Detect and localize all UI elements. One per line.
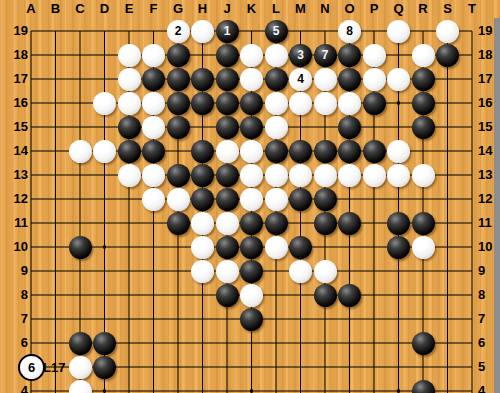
move-number-4: 4 bbox=[297, 73, 304, 85]
stone-black-C10[interactable] bbox=[69, 236, 92, 259]
move-number-8: 8 bbox=[346, 25, 353, 37]
stone-black-L19[interactable]: 5 bbox=[265, 20, 288, 43]
stone-white-O19[interactable]: 8 bbox=[338, 20, 361, 43]
stone-black-G17[interactable] bbox=[167, 68, 190, 91]
column-label-N: N bbox=[315, 1, 335, 16]
stone-white-M9[interactable] bbox=[289, 260, 312, 283]
stone-white-D14[interactable] bbox=[93, 140, 116, 163]
stone-black-O18[interactable] bbox=[338, 44, 361, 67]
stone-black-H13[interactable] bbox=[191, 164, 214, 187]
column-label-S: S bbox=[438, 1, 458, 16]
legend-move-number: 6 bbox=[28, 361, 35, 374]
stone-black-K11[interactable] bbox=[240, 212, 263, 235]
stone-black-N18[interactable]: 7 bbox=[314, 44, 337, 67]
stone-white-K14[interactable] bbox=[240, 140, 263, 163]
stone-black-S18[interactable] bbox=[436, 44, 459, 67]
stone-white-F13[interactable] bbox=[142, 164, 165, 187]
stone-black-L17[interactable] bbox=[265, 68, 288, 91]
stone-white-Q14[interactable] bbox=[387, 140, 410, 163]
stone-white-E16[interactable] bbox=[118, 92, 141, 115]
column-label-H: H bbox=[193, 1, 213, 16]
stone-white-Q19[interactable] bbox=[387, 20, 410, 43]
stone-white-L13[interactable] bbox=[265, 164, 288, 187]
stone-black-K10[interactable] bbox=[240, 236, 263, 259]
scrollbar[interactable] bbox=[494, 18, 500, 393]
column-label-E: E bbox=[119, 1, 139, 16]
stone-black-J15[interactable] bbox=[216, 116, 239, 139]
stone-white-K12[interactable] bbox=[240, 188, 263, 211]
column-label-O: O bbox=[340, 1, 360, 16]
stone-black-G16[interactable] bbox=[167, 92, 190, 115]
column-label-F: F bbox=[144, 1, 164, 16]
stone-black-D6[interactable] bbox=[93, 332, 116, 355]
stone-white-F15[interactable] bbox=[142, 116, 165, 139]
column-label-A: A bbox=[21, 1, 41, 16]
stone-white-C5[interactable] bbox=[69, 356, 92, 379]
column-label-T: T bbox=[462, 1, 482, 16]
stone-white-J14[interactable] bbox=[216, 140, 239, 163]
stone-white-N17[interactable] bbox=[314, 68, 337, 91]
stone-black-H17[interactable] bbox=[191, 68, 214, 91]
stone-black-R6[interactable] bbox=[412, 332, 435, 355]
column-label-G: G bbox=[168, 1, 188, 16]
stone-white-K8[interactable] bbox=[240, 284, 263, 307]
stone-black-M12[interactable] bbox=[289, 188, 312, 211]
stone-white-G19[interactable]: 2 bbox=[167, 20, 190, 43]
stone-white-N16[interactable] bbox=[314, 92, 337, 115]
column-label-L: L bbox=[266, 1, 286, 16]
stone-black-E14[interactable] bbox=[118, 140, 141, 163]
stone-black-F17[interactable] bbox=[142, 68, 165, 91]
column-label-P: P bbox=[364, 1, 384, 16]
stone-black-H12[interactable] bbox=[191, 188, 214, 211]
stone-white-Q13[interactable] bbox=[387, 164, 410, 187]
stone-white-C4[interactable] bbox=[69, 380, 92, 393]
stone-white-O13[interactable] bbox=[338, 164, 361, 187]
go-board: ABCDEFGHJKLMNOPQRST191918181717161615151… bbox=[0, 0, 500, 393]
stone-white-E18[interactable] bbox=[118, 44, 141, 67]
stone-black-H14[interactable] bbox=[191, 140, 214, 163]
stone-white-K17[interactable] bbox=[240, 68, 263, 91]
column-label-J: J bbox=[217, 1, 237, 16]
stone-black-O15[interactable] bbox=[338, 116, 361, 139]
stone-black-N11[interactable] bbox=[314, 212, 337, 235]
column-label-R: R bbox=[413, 1, 433, 16]
stone-white-G12[interactable] bbox=[167, 188, 190, 211]
stone-black-Q11[interactable] bbox=[387, 212, 410, 235]
stone-black-M18[interactable]: 3 bbox=[289, 44, 312, 67]
stone-white-N9[interactable] bbox=[314, 260, 337, 283]
move-number-1: 1 bbox=[224, 25, 231, 37]
stone-white-J11[interactable] bbox=[216, 212, 239, 235]
stone-black-K9[interactable] bbox=[240, 260, 263, 283]
stone-white-P17[interactable] bbox=[363, 68, 386, 91]
stone-white-O16[interactable] bbox=[338, 92, 361, 115]
stone-black-D5[interactable] bbox=[93, 356, 116, 379]
stone-black-R4[interactable] bbox=[412, 380, 435, 393]
stone-black-J10[interactable] bbox=[216, 236, 239, 259]
column-label-C: C bbox=[70, 1, 90, 16]
stone-white-S19[interactable] bbox=[436, 20, 459, 43]
column-label-D: D bbox=[95, 1, 115, 16]
stone-black-G11[interactable] bbox=[167, 212, 190, 235]
stone-black-J18[interactable] bbox=[216, 44, 239, 67]
stone-white-D16[interactable] bbox=[93, 92, 116, 115]
stone-black-L14[interactable] bbox=[265, 140, 288, 163]
move-number-3: 3 bbox=[297, 49, 304, 61]
column-label-K: K bbox=[242, 1, 262, 16]
stone-white-M17[interactable]: 4 bbox=[289, 68, 312, 91]
stone-black-R17[interactable] bbox=[412, 68, 435, 91]
stone-white-L12[interactable] bbox=[265, 188, 288, 211]
stone-black-O17[interactable] bbox=[338, 68, 361, 91]
column-label-Q: Q bbox=[389, 1, 409, 16]
stone-white-L16[interactable] bbox=[265, 92, 288, 115]
stone-black-J8[interactable] bbox=[216, 284, 239, 307]
stone-white-C14[interactable] bbox=[69, 140, 92, 163]
stone-black-L11[interactable] bbox=[265, 212, 288, 235]
stone-black-C6[interactable] bbox=[69, 332, 92, 355]
stone-white-F16[interactable] bbox=[142, 92, 165, 115]
stone-white-H10[interactable] bbox=[191, 236, 214, 259]
stone-black-J17[interactable] bbox=[216, 68, 239, 91]
legend-stone-white-6: 6 bbox=[18, 354, 45, 381]
stone-black-G13[interactable] bbox=[167, 164, 190, 187]
stone-black-O14[interactable] bbox=[338, 140, 361, 163]
stone-black-G15[interactable] bbox=[167, 116, 190, 139]
stone-white-F18[interactable] bbox=[142, 44, 165, 67]
stone-black-J16[interactable] bbox=[216, 92, 239, 115]
stone-black-O8[interactable] bbox=[338, 284, 361, 307]
stone-white-P13[interactable] bbox=[363, 164, 386, 187]
stone-black-P14[interactable] bbox=[363, 140, 386, 163]
stone-white-E17[interactable] bbox=[118, 68, 141, 91]
legend-move-coordinate: L17 bbox=[43, 360, 65, 375]
stone-black-J13[interactable] bbox=[216, 164, 239, 187]
stone-white-M16[interactable] bbox=[289, 92, 312, 115]
stone-black-M14[interactable] bbox=[289, 140, 312, 163]
stone-white-R13[interactable] bbox=[412, 164, 435, 187]
stone-black-K16[interactable] bbox=[240, 92, 263, 115]
stone-black-R16[interactable] bbox=[412, 92, 435, 115]
stone-black-R11[interactable] bbox=[412, 212, 435, 235]
stones-layer: 2158374 bbox=[19, 19, 485, 393]
stone-white-E13[interactable] bbox=[118, 164, 141, 187]
stone-white-Q17[interactable] bbox=[387, 68, 410, 91]
stone-white-H11[interactable] bbox=[191, 212, 214, 235]
stone-white-L10[interactable] bbox=[265, 236, 288, 259]
stone-white-J9[interactable] bbox=[216, 260, 239, 283]
move-number-5: 5 bbox=[273, 25, 280, 37]
stone-white-L18[interactable] bbox=[265, 44, 288, 67]
stone-white-L15[interactable] bbox=[265, 116, 288, 139]
stone-black-O11[interactable] bbox=[338, 212, 361, 235]
move-number-2: 2 bbox=[175, 25, 182, 37]
stone-white-F12[interactable] bbox=[142, 188, 165, 211]
stone-white-K13[interactable] bbox=[240, 164, 263, 187]
stone-black-H16[interactable] bbox=[191, 92, 214, 115]
stone-black-P16[interactable] bbox=[363, 92, 386, 115]
stone-black-Q10[interactable] bbox=[387, 236, 410, 259]
stone-white-R18[interactable] bbox=[412, 44, 435, 67]
column-label-M: M bbox=[291, 1, 311, 16]
stone-white-P18[interactable] bbox=[363, 44, 386, 67]
stone-black-N12[interactable] bbox=[314, 188, 337, 211]
stone-black-N14[interactable] bbox=[314, 140, 337, 163]
stone-white-H9[interactable] bbox=[191, 260, 214, 283]
stone-black-M10[interactable] bbox=[289, 236, 312, 259]
stone-black-E15[interactable] bbox=[118, 116, 141, 139]
stone-white-R10[interactable] bbox=[412, 236, 435, 259]
stone-white-N13[interactable] bbox=[314, 164, 337, 187]
stone-black-F14[interactable] bbox=[142, 140, 165, 163]
stone-black-J12[interactable] bbox=[216, 188, 239, 211]
stone-white-K18[interactable] bbox=[240, 44, 263, 67]
stone-black-J19[interactable]: 1 bbox=[216, 20, 239, 43]
stone-white-H19[interactable] bbox=[191, 20, 214, 43]
stone-white-M13[interactable] bbox=[289, 164, 312, 187]
stone-black-G18[interactable] bbox=[167, 44, 190, 67]
move-number-7: 7 bbox=[322, 49, 329, 61]
stone-black-K15[interactable] bbox=[240, 116, 263, 139]
stone-black-K7[interactable] bbox=[240, 308, 263, 331]
stone-black-R15[interactable] bbox=[412, 116, 435, 139]
column-label-B: B bbox=[46, 1, 66, 16]
stone-black-N8[interactable] bbox=[314, 284, 337, 307]
